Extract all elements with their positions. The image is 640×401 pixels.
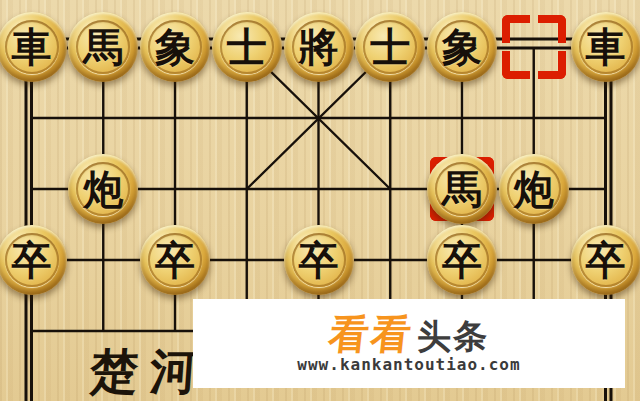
piece-glyph: 象 <box>155 12 195 82</box>
piece-glyph: 炮 <box>514 154 554 224</box>
piece-glyph: 卒 <box>586 225 626 295</box>
piece-glyph: 卒 <box>442 225 482 295</box>
piece-glyph: 士 <box>227 12 267 82</box>
marker-corner-br <box>538 51 566 79</box>
piece-elephant-象[interactable]: 象 <box>140 12 210 82</box>
piece-advisor-士[interactable]: 士 <box>355 12 425 82</box>
piece-cannon-炮[interactable]: 炮 <box>499 154 569 224</box>
piece-glyph: 象 <box>442 12 482 82</box>
piece-chariot-車[interactable]: 車 <box>0 12 67 82</box>
piece-glyph: 士 <box>370 12 410 82</box>
marker-corner-tr <box>538 15 566 43</box>
piece-soldier-卒[interactable]: 卒 <box>140 225 210 295</box>
piece-general-將[interactable]: 將 <box>284 12 354 82</box>
piece-glyph: 馬 <box>442 154 482 224</box>
piece-horse-馬[interactable]: 馬 <box>427 154 497 224</box>
piece-advisor-士[interactable]: 士 <box>212 12 282 82</box>
piece-soldier-卒[interactable]: 卒 <box>427 225 497 295</box>
piece-soldier-卒[interactable]: 卒 <box>571 225 640 295</box>
piece-cannon-炮[interactable]: 炮 <box>68 154 138 224</box>
xiangqi-board: 車馬象士將士象車炮馬炮卒卒卒卒卒 楚河 看看 头条 www.kankantout… <box>0 0 640 401</box>
watermark-brand-second: 头条 <box>417 319 489 353</box>
piece-horse-馬[interactable]: 馬 <box>68 12 138 82</box>
piece-glyph: 車 <box>586 12 626 82</box>
piece-glyph: 卒 <box>299 225 339 295</box>
last-move-marker-from <box>502 15 566 79</box>
piece-soldier-卒[interactable]: 卒 <box>0 225 67 295</box>
piece-chariot-車[interactable]: 車 <box>571 12 640 82</box>
watermark-brand-first: 看看 <box>327 314 415 354</box>
marker-corner-tl <box>502 15 530 43</box>
marker-corner-bl <box>502 51 530 79</box>
piece-elephant-象[interactable]: 象 <box>427 12 497 82</box>
piece-glyph: 卒 <box>155 225 195 295</box>
piece-glyph: 車 <box>12 12 52 82</box>
watermark-box: 看看 头条 www.kankantoutiao.com <box>193 299 625 388</box>
piece-soldier-卒[interactable]: 卒 <box>284 225 354 295</box>
piece-glyph: 卒 <box>12 225 52 295</box>
watermark-url: www.kankantoutiao.com <box>297 356 520 374</box>
piece-glyph: 馬 <box>83 12 123 82</box>
piece-glyph: 將 <box>299 12 339 82</box>
piece-glyph: 炮 <box>83 154 123 224</box>
watermark-logo: 看看 头条 <box>329 314 489 354</box>
